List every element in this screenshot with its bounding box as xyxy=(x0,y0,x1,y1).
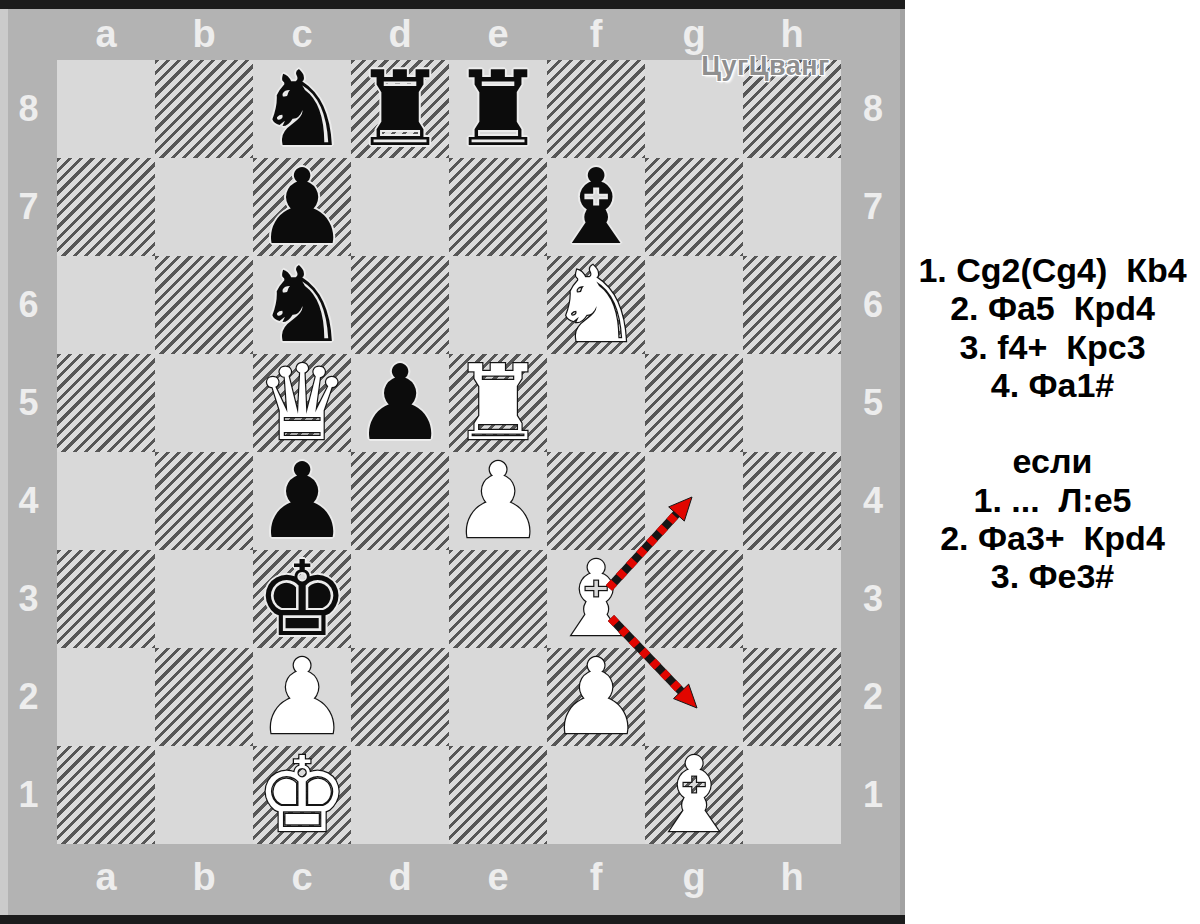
piece-black-knight: ♞ xyxy=(255,60,348,158)
rank-label-1: 1 xyxy=(0,746,57,844)
rank-label-5: 5 xyxy=(841,354,905,452)
square-e2 xyxy=(449,648,547,746)
square-c8: ♞ xyxy=(253,60,351,158)
chess-board: ♞♜♜♟♝♞♞♛♟♜♟♟♚♝♟♟♚♝ xyxy=(57,60,841,844)
square-a8 xyxy=(57,60,155,158)
rank-label-3: 3 xyxy=(0,550,57,648)
square-g7 xyxy=(645,158,743,256)
square-b3 xyxy=(155,550,253,648)
square-h3 xyxy=(743,550,841,648)
square-a2 xyxy=(57,648,155,746)
piece-white-pawn: ♟ xyxy=(451,452,544,550)
square-h5 xyxy=(743,354,841,452)
square-g6 xyxy=(645,256,743,354)
square-a4 xyxy=(57,452,155,550)
square-c5: ♛ xyxy=(253,354,351,452)
square-e4: ♟ xyxy=(449,452,547,550)
piece-black-knight: ♞ xyxy=(255,256,348,354)
square-f2: ♟ xyxy=(547,648,645,746)
piece-white-bishop: ♝ xyxy=(549,550,642,648)
file-label-e: e xyxy=(449,844,547,910)
solution-line: 1. Cg2(Cg4) Кb4 xyxy=(905,251,1200,289)
bottom-black-bar xyxy=(0,915,905,924)
square-h4 xyxy=(743,452,841,550)
piece-white-pawn: ♟ xyxy=(255,648,348,746)
solution-line: 3. Фе3# xyxy=(905,557,1200,595)
square-h7 xyxy=(743,158,841,256)
piece-black-rook: ♜ xyxy=(451,60,544,158)
file-label-d: d xyxy=(351,9,449,60)
solution-spacer xyxy=(905,404,1200,442)
square-h6 xyxy=(743,256,841,354)
chess-diagram: abcdefgh abcdefgh 87654321 87654321 ♞♜♜♟… xyxy=(0,0,905,924)
square-d7 xyxy=(351,158,449,256)
square-e8: ♜ xyxy=(449,60,547,158)
square-d5: ♟ xyxy=(351,354,449,452)
square-b2 xyxy=(155,648,253,746)
solution-line: 4. Фа1# xyxy=(905,366,1200,404)
rank-label-6: 6 xyxy=(841,256,905,354)
square-b5 xyxy=(155,354,253,452)
square-b4 xyxy=(155,452,253,550)
square-c4: ♟ xyxy=(253,452,351,550)
rank-label-2: 2 xyxy=(841,648,905,746)
piece-white-king: ♚ xyxy=(255,746,348,844)
piece-white-rook: ♜ xyxy=(451,354,544,452)
rank-labels-right: 87654321 xyxy=(841,60,905,844)
square-g2 xyxy=(645,648,743,746)
square-c1: ♚ xyxy=(253,746,351,844)
square-f6: ♞ xyxy=(547,256,645,354)
square-b8 xyxy=(155,60,253,158)
file-label-f: f xyxy=(547,844,645,910)
square-b7 xyxy=(155,158,253,256)
square-e5: ♜ xyxy=(449,354,547,452)
square-e7 xyxy=(449,158,547,256)
rank-label-4: 4 xyxy=(841,452,905,550)
square-f3: ♝ xyxy=(547,550,645,648)
square-f4 xyxy=(547,452,645,550)
solution-line: если xyxy=(905,442,1200,480)
rank-label-4: 4 xyxy=(0,452,57,550)
square-a7 xyxy=(57,158,155,256)
solution-line: 1. ... Л:е5 xyxy=(905,481,1200,519)
file-label-a: a xyxy=(57,9,155,60)
solution-panel: 1. Cg2(Cg4) Кb42. Фа5 Крd43. f4+ Крc34. … xyxy=(905,0,1200,924)
file-label-a: a xyxy=(57,844,155,910)
piece-black-rook: ♜ xyxy=(353,60,446,158)
square-f8 xyxy=(547,60,645,158)
square-c2: ♟ xyxy=(253,648,351,746)
piece-black-bishop: ♝ xyxy=(549,158,642,256)
square-c3: ♚ xyxy=(253,550,351,648)
piece-white-knight: ♞ xyxy=(549,256,642,354)
square-c6: ♞ xyxy=(253,256,351,354)
file-label-g: g xyxy=(645,844,743,910)
square-c7: ♟ xyxy=(253,158,351,256)
solution-line: 2. Фа3+ Крd4 xyxy=(905,519,1200,557)
piece-white-pawn: ♟ xyxy=(549,648,642,746)
file-label-h: h xyxy=(743,844,841,910)
piece-black-pawn: ♟ xyxy=(255,452,348,550)
square-f1 xyxy=(547,746,645,844)
rank-label-1: 1 xyxy=(841,746,905,844)
square-h2 xyxy=(743,648,841,746)
rank-label-2: 2 xyxy=(0,648,57,746)
file-label-d: d xyxy=(351,844,449,910)
square-g1: ♝ xyxy=(645,746,743,844)
rank-labels-left: 87654321 xyxy=(0,60,57,844)
square-e3 xyxy=(449,550,547,648)
square-e1 xyxy=(449,746,547,844)
square-d2 xyxy=(351,648,449,746)
square-g4 xyxy=(645,452,743,550)
rank-label-3: 3 xyxy=(841,550,905,648)
square-d3 xyxy=(351,550,449,648)
square-h1 xyxy=(743,746,841,844)
rank-label-8: 8 xyxy=(0,60,57,158)
square-a3 xyxy=(57,550,155,648)
file-label-b: b xyxy=(155,9,253,60)
chess-puzzle-page: abcdefgh abcdefgh 87654321 87654321 ♞♜♜♟… xyxy=(0,0,1200,924)
top-black-bar xyxy=(0,0,905,9)
solution-line: 3. f4+ Крc3 xyxy=(905,328,1200,366)
piece-white-queen: ♛ xyxy=(255,354,348,452)
piece-black-pawn: ♟ xyxy=(353,354,446,452)
piece-black-pawn: ♟ xyxy=(255,158,348,256)
rank-label-5: 5 xyxy=(0,354,57,452)
file-labels-bottom: abcdefgh xyxy=(57,844,841,910)
file-label-e: e xyxy=(449,9,547,60)
square-f5 xyxy=(547,354,645,452)
square-e6 xyxy=(449,256,547,354)
rank-label-6: 6 xyxy=(0,256,57,354)
file-label-c: c xyxy=(253,844,351,910)
solution-line: 2. Фа5 Крd4 xyxy=(905,289,1200,327)
square-b1 xyxy=(155,746,253,844)
rank-label-7: 7 xyxy=(841,158,905,256)
square-b6 xyxy=(155,256,253,354)
square-d4 xyxy=(351,452,449,550)
square-f7: ♝ xyxy=(547,158,645,256)
rank-label-7: 7 xyxy=(0,158,57,256)
square-a6 xyxy=(57,256,155,354)
square-d6 xyxy=(351,256,449,354)
file-label-f: f xyxy=(547,9,645,60)
square-g3 xyxy=(645,550,743,648)
piece-white-bishop: ♝ xyxy=(647,746,740,844)
square-a5 xyxy=(57,354,155,452)
square-d1 xyxy=(351,746,449,844)
square-a1 xyxy=(57,746,155,844)
file-label-b: b xyxy=(155,844,253,910)
square-d8: ♜ xyxy=(351,60,449,158)
square-g5 xyxy=(645,354,743,452)
site-watermark: ЦугЦванг xyxy=(653,51,878,82)
piece-black-king: ♚ xyxy=(255,550,348,648)
file-label-c: c xyxy=(253,9,351,60)
